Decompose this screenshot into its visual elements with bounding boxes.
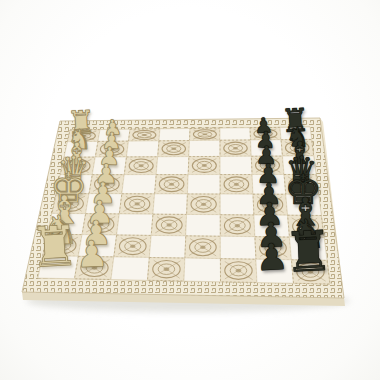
square-g4	[149, 235, 185, 258]
square-h5	[184, 258, 221, 282]
square-c4	[156, 157, 189, 175]
square-c8	[282, 156, 316, 175]
square-e4	[153, 194, 187, 215]
square-h1	[38, 256, 78, 279]
square-f5	[186, 214, 221, 236]
square-d1	[56, 175, 92, 194]
square-b1	[64, 141, 98, 157]
square-c2	[92, 157, 126, 175]
square-h3	[111, 257, 149, 280]
square-g6	[220, 236, 256, 259]
square-c6	[220, 156, 252, 174]
square-d7	[252, 174, 286, 194]
square-e8	[286, 194, 321, 215]
square-d3	[122, 175, 156, 194]
square-b5	[189, 140, 220, 156]
square-g2	[78, 235, 116, 257]
square-d5	[187, 175, 220, 195]
square-a4	[159, 129, 190, 141]
square-f3	[117, 214, 153, 236]
square-e6	[220, 194, 254, 215]
square-a8	[280, 127, 312, 140]
square-f1	[47, 213, 85, 234]
square-f7	[254, 215, 290, 237]
square-a6	[220, 128, 251, 141]
square-b3	[126, 141, 159, 157]
square-h7	[256, 259, 294, 283]
chess-board	[0, 0, 380, 380]
square-a2	[98, 129, 130, 141]
chess-set-photo: ♜♟♟♜♞♟♟♞♝♟♟♝♛♟♟♛♚♟♟♚♝♟♟♝♞♟♟♞♜♟♟♜	[0, 0, 380, 380]
square-e2	[86, 194, 122, 214]
square-b7	[251, 140, 283, 157]
square-g8	[290, 237, 327, 260]
